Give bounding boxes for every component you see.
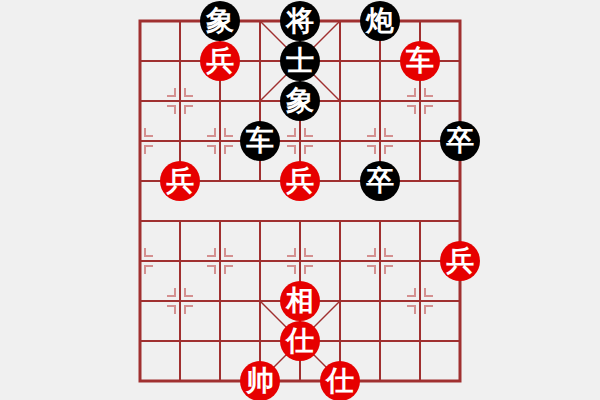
piece-red-general[interactable]: 帅 bbox=[240, 361, 280, 400]
board-cell: 相 bbox=[280, 281, 320, 321]
xiangqi-app: 象将炮士象车卒卒兵车兵兵兵相仕帅仕 bbox=[0, 0, 600, 400]
xiangqi-board: 象将炮士象车卒卒兵车兵兵兵相仕帅仕 bbox=[120, 1, 480, 400]
piece-red-soldier[interactable]: 兵 bbox=[280, 161, 320, 201]
piece-black-soldier[interactable]: 卒 bbox=[360, 161, 400, 201]
piece-black-elephant[interactable]: 象 bbox=[280, 81, 320, 121]
board-cell: 象 bbox=[280, 81, 320, 121]
board-cell: 兵 bbox=[280, 161, 320, 201]
board-cell: 卒 bbox=[360, 161, 400, 201]
piece-black-cannon[interactable]: 炮 bbox=[360, 1, 400, 41]
piece-red-soldier[interactable]: 兵 bbox=[200, 41, 240, 81]
board-cell: 帅 bbox=[240, 361, 280, 400]
board-cell: 士 bbox=[280, 41, 320, 81]
piece-black-general[interactable]: 将 bbox=[280, 1, 320, 41]
piece-black-soldier[interactable]: 卒 bbox=[440, 121, 480, 161]
piece-black-advisor[interactable]: 士 bbox=[280, 41, 320, 81]
board-cell: 兵 bbox=[160, 161, 200, 201]
piece-red-soldier[interactable]: 兵 bbox=[440, 241, 480, 281]
piece-red-soldier[interactable]: 兵 bbox=[160, 161, 200, 201]
piece-red-chariot[interactable]: 车 bbox=[400, 41, 440, 81]
piece-black-elephant[interactable]: 象 bbox=[200, 1, 240, 41]
board-cell: 仕 bbox=[320, 361, 360, 400]
piece-red-elephant[interactable]: 相 bbox=[280, 281, 320, 321]
board-cell: 象 bbox=[200, 1, 240, 41]
board-cell: 卒 bbox=[440, 121, 480, 161]
board-cell: 兵 bbox=[440, 241, 480, 281]
board-cell: 炮 bbox=[360, 1, 400, 41]
board-cell: 兵 bbox=[200, 41, 240, 81]
piece-red-advisor[interactable]: 仕 bbox=[280, 321, 320, 361]
piece-black-chariot[interactable]: 车 bbox=[240, 121, 280, 161]
board-cell: 仕 bbox=[280, 321, 320, 361]
board-cell: 车 bbox=[400, 41, 440, 81]
piece-red-advisor[interactable]: 仕 bbox=[320, 361, 360, 400]
board-cell: 车 bbox=[240, 121, 280, 161]
board-cell: 将 bbox=[280, 1, 320, 41]
